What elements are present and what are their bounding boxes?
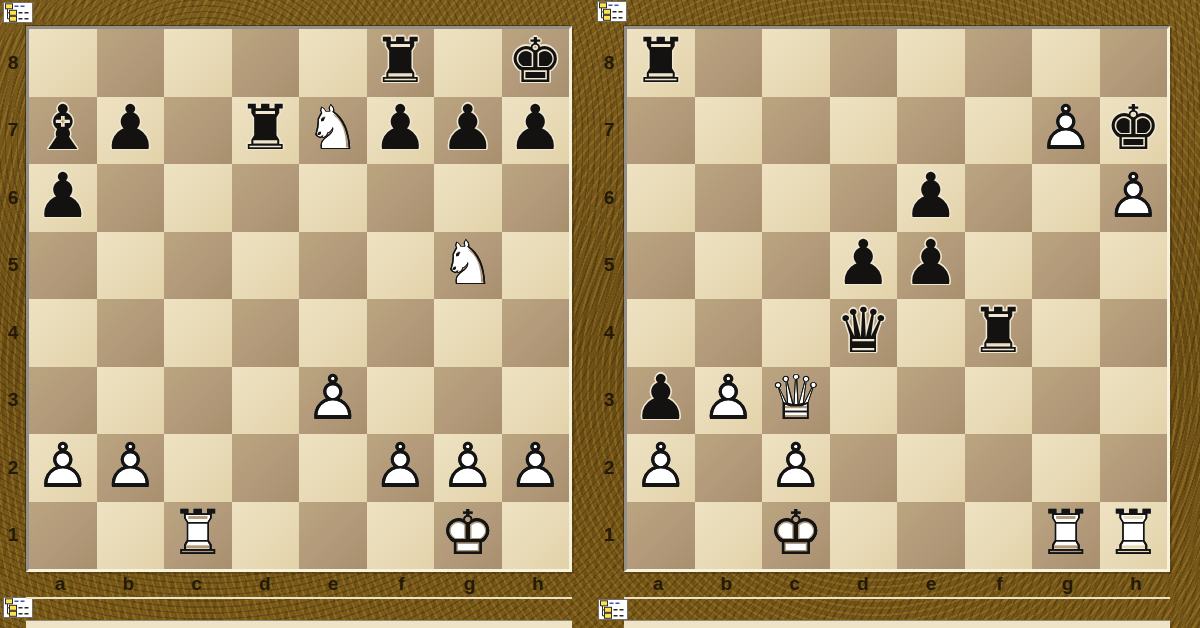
piece-bP-e5: ♟ — [897, 232, 965, 300]
file-label-g: g — [1034, 570, 1102, 597]
piece-wP-g7: ♟♙ — [1032, 97, 1100, 165]
square-f4[interactable]: ♜ — [965, 299, 1033, 367]
file-label-f: f — [965, 570, 1033, 597]
file-label-d: d — [829, 570, 897, 597]
rank-label-8: 8 — [596, 29, 622, 97]
square-a5[interactable] — [29, 232, 97, 300]
square-g1[interactable]: ♜♖ — [1032, 502, 1100, 570]
right-board: ♜♟♙♚♟♟♙♟♟♛♜♟♟♙♛♕♟♙♟♙♚♔♜♖♜♖ — [624, 26, 1170, 572]
square-e8[interactable] — [897, 29, 965, 97]
square-d1[interactable] — [232, 502, 300, 570]
square-d7[interactable]: ♜ — [232, 97, 300, 165]
square-g6[interactable] — [434, 164, 502, 232]
square-g3[interactable] — [1032, 367, 1100, 435]
square-d7[interactable] — [830, 97, 898, 165]
piece-bP-d5: ♟ — [830, 232, 898, 300]
square-d2[interactable] — [830, 434, 898, 502]
piece-wP-h2: ♟♙ — [502, 434, 570, 502]
rank-label-8: 8 — [0, 29, 26, 97]
square-h7[interactable]: ♚ — [1100, 97, 1168, 165]
tree-list-icon[interactable] — [3, 597, 33, 618]
square-f3[interactable] — [367, 367, 435, 435]
tree-list-icon[interactable] — [598, 599, 628, 620]
square-b1[interactable] — [695, 502, 763, 570]
next-diagram-top-edge — [624, 620, 1170, 628]
piece-wR-h1: ♜♖ — [1100, 502, 1168, 570]
piece-bP-a3: ♟ — [627, 367, 695, 435]
square-h5[interactable] — [1100, 232, 1168, 300]
square-b6[interactable] — [695, 164, 763, 232]
piece-bR-f8: ♜ — [367, 29, 435, 97]
file-label-a: a — [26, 570, 94, 597]
piece-bK-h7: ♚ — [1100, 97, 1168, 165]
right-board-file-labels: abcdefgh — [624, 570, 1170, 599]
square-e4[interactable] — [299, 299, 367, 367]
rank-label-6: 6 — [596, 164, 622, 232]
square-g6[interactable] — [1032, 164, 1100, 232]
square-h4[interactable] — [1100, 299, 1168, 367]
wood-background: 87654321 ♜♚♝♟♜♞♘♟♟♟♟♞♘♟♙♟♙♟♙♟♙♟♙♟♙♜♖♚♔ a… — [0, 0, 1200, 628]
square-a7[interactable] — [627, 97, 695, 165]
piece-wP-h6: ♟♙ — [1100, 164, 1168, 232]
square-b2[interactable]: ♟♙ — [97, 434, 165, 502]
square-a4[interactable] — [29, 299, 97, 367]
square-a2[interactable]: ♟♙ — [627, 434, 695, 502]
square-g2[interactable] — [1032, 434, 1100, 502]
square-d4[interactable]: ♛ — [830, 299, 898, 367]
piece-wN-g5: ♞♘ — [434, 232, 502, 300]
piece-bP-h7: ♟ — [502, 97, 570, 165]
square-c3[interactable]: ♛♕ — [762, 367, 830, 435]
file-label-h: h — [1102, 570, 1170, 597]
square-f4[interactable] — [367, 299, 435, 367]
square-f8[interactable]: ♜ — [367, 29, 435, 97]
square-e5[interactable] — [299, 232, 367, 300]
square-d6[interactable] — [232, 164, 300, 232]
square-e8[interactable] — [299, 29, 367, 97]
rank-label-6: 6 — [0, 164, 26, 232]
square-d8[interactable] — [830, 29, 898, 97]
tree-list-icon[interactable] — [597, 1, 627, 22]
piece-wP-a2: ♟♙ — [627, 434, 695, 502]
square-e2[interactable] — [897, 434, 965, 502]
square-a4[interactable] — [627, 299, 695, 367]
square-h2[interactable]: ♟♙ — [502, 434, 570, 502]
square-f1[interactable] — [367, 502, 435, 570]
square-b7[interactable]: ♟ — [97, 97, 165, 165]
piece-bB-a7: ♝ — [29, 97, 97, 165]
square-a1[interactable] — [29, 502, 97, 570]
square-b4[interactable] — [97, 299, 165, 367]
square-e5[interactable]: ♟ — [897, 232, 965, 300]
piece-bK-h8: ♚ — [502, 29, 570, 97]
square-h2[interactable] — [1100, 434, 1168, 502]
square-f7[interactable] — [965, 97, 1033, 165]
square-f5[interactable] — [367, 232, 435, 300]
piece-wN-e7: ♞♘ — [299, 97, 367, 165]
square-c2[interactable] — [164, 434, 232, 502]
square-b4[interactable] — [695, 299, 763, 367]
rank-label-5: 5 — [0, 232, 26, 300]
file-label-c: c — [761, 570, 829, 597]
square-c4[interactable] — [762, 299, 830, 367]
square-e1[interactable] — [897, 502, 965, 570]
piece-wP-b2: ♟♙ — [97, 434, 165, 502]
square-c6[interactable] — [762, 164, 830, 232]
square-a8[interactable]: ♜ — [627, 29, 695, 97]
square-d3[interactable] — [830, 367, 898, 435]
square-h4[interactable] — [502, 299, 570, 367]
piece-bR-d7: ♜ — [232, 97, 300, 165]
square-g8[interactable] — [1032, 29, 1100, 97]
piece-wP-e3: ♟♙ — [299, 367, 367, 435]
square-e3[interactable] — [897, 367, 965, 435]
square-h3[interactable] — [1100, 367, 1168, 435]
square-h1[interactable] — [502, 502, 570, 570]
square-g7[interactable]: ♟♙ — [1032, 97, 1100, 165]
piece-wP-c2: ♟♙ — [762, 434, 830, 502]
square-e4[interactable] — [897, 299, 965, 367]
square-h8[interactable] — [1100, 29, 1168, 97]
rank-label-7: 7 — [596, 97, 622, 165]
square-g5[interactable] — [1032, 232, 1100, 300]
square-b3[interactable] — [97, 367, 165, 435]
square-d5[interactable] — [232, 232, 300, 300]
square-c1[interactable]: ♚♔ — [762, 502, 830, 570]
square-b8[interactable] — [97, 29, 165, 97]
square-f2[interactable] — [965, 434, 1033, 502]
rank-label-3: 3 — [0, 367, 26, 435]
square-b1[interactable] — [97, 502, 165, 570]
right-board-rank-labels: 87654321 — [596, 29, 622, 569]
rank-label-5: 5 — [596, 232, 622, 300]
square-c5[interactable] — [164, 232, 232, 300]
square-g7[interactable]: ♟ — [434, 97, 502, 165]
square-f7[interactable]: ♟ — [367, 97, 435, 165]
square-f6[interactable] — [965, 164, 1033, 232]
piece-bP-e6: ♟ — [897, 164, 965, 232]
square-g8[interactable] — [434, 29, 502, 97]
square-d5[interactable]: ♟ — [830, 232, 898, 300]
piece-wK-g1: ♚♔ — [434, 502, 502, 570]
square-c5[interactable] — [762, 232, 830, 300]
piece-bR-a8: ♜ — [627, 29, 695, 97]
square-a6[interactable]: ♟ — [29, 164, 97, 232]
square-a2[interactable]: ♟♙ — [29, 434, 97, 502]
piece-wP-a2: ♟♙ — [29, 434, 97, 502]
square-a6[interactable] — [627, 164, 695, 232]
square-e3[interactable]: ♟♙ — [299, 367, 367, 435]
square-b5[interactable] — [97, 232, 165, 300]
square-c7[interactable] — [762, 97, 830, 165]
square-b3[interactable]: ♟♙ — [695, 367, 763, 435]
square-d2[interactable] — [232, 434, 300, 502]
left-board: ♜♚♝♟♜♞♘♟♟♟♟♞♘♟♙♟♙♟♙♟♙♟♙♟♙♜♖♚♔ — [26, 26, 572, 572]
square-h7[interactable]: ♟ — [502, 97, 570, 165]
left-board-file-labels: abcdefgh — [26, 570, 572, 599]
square-c3[interactable] — [164, 367, 232, 435]
file-label-d: d — [231, 570, 299, 597]
square-c8[interactable] — [164, 29, 232, 97]
piece-wR-c1: ♜♖ — [164, 502, 232, 570]
square-e7[interactable]: ♞♘ — [299, 97, 367, 165]
piece-wR-g1: ♜♖ — [1032, 502, 1100, 570]
square-b8[interactable] — [695, 29, 763, 97]
square-d6[interactable] — [830, 164, 898, 232]
square-a1[interactable] — [627, 502, 695, 570]
square-a5[interactable] — [627, 232, 695, 300]
piece-bP-g7: ♟ — [434, 97, 502, 165]
piece-wP-f2: ♟♙ — [367, 434, 435, 502]
square-a3[interactable] — [29, 367, 97, 435]
rank-label-1: 1 — [0, 502, 26, 570]
square-d3[interactable] — [232, 367, 300, 435]
square-g1[interactable]: ♚♔ — [434, 502, 502, 570]
file-label-f: f — [367, 570, 435, 597]
square-e1[interactable] — [299, 502, 367, 570]
square-f2[interactable]: ♟♙ — [367, 434, 435, 502]
piece-wQ-c3: ♛♕ — [762, 367, 830, 435]
piece-bR-f4: ♜ — [965, 299, 1033, 367]
rank-label-4: 4 — [0, 299, 26, 367]
piece-bQ-d4: ♛ — [830, 299, 898, 367]
next-diagram-top-edge — [26, 620, 572, 628]
square-f3[interactable] — [965, 367, 1033, 435]
square-h8[interactable]: ♚ — [502, 29, 570, 97]
file-label-a: a — [624, 570, 692, 597]
tree-list-icon[interactable] — [3, 2, 33, 23]
rank-label-2: 2 — [596, 434, 622, 502]
file-label-b: b — [94, 570, 162, 597]
square-g4[interactable] — [1032, 299, 1100, 367]
square-b2[interactable] — [695, 434, 763, 502]
piece-bP-f7: ♟ — [367, 97, 435, 165]
file-label-h: h — [504, 570, 572, 597]
square-h5[interactable] — [502, 232, 570, 300]
square-c6[interactable] — [164, 164, 232, 232]
square-b7[interactable] — [695, 97, 763, 165]
piece-bP-a6: ♟ — [29, 164, 97, 232]
rank-label-1: 1 — [596, 502, 622, 570]
square-d8[interactable] — [232, 29, 300, 97]
square-c8[interactable] — [762, 29, 830, 97]
rank-label-2: 2 — [0, 434, 26, 502]
square-d1[interactable] — [830, 502, 898, 570]
piece-wK-c1: ♚♔ — [762, 502, 830, 570]
square-h3[interactable] — [502, 367, 570, 435]
square-f8[interactable] — [965, 29, 1033, 97]
square-g3[interactable] — [434, 367, 502, 435]
square-h1[interactable]: ♜♖ — [1100, 502, 1168, 570]
left-board-rank-labels: 87654321 — [0, 29, 26, 569]
square-f1[interactable] — [965, 502, 1033, 570]
square-e6[interactable]: ♟ — [897, 164, 965, 232]
rank-label-7: 7 — [0, 97, 26, 165]
piece-bP-b7: ♟ — [97, 97, 165, 165]
square-c2[interactable]: ♟♙ — [762, 434, 830, 502]
square-g2[interactable]: ♟♙ — [434, 434, 502, 502]
file-label-c: c — [163, 570, 231, 597]
square-f5[interactable] — [965, 232, 1033, 300]
square-a8[interactable] — [29, 29, 97, 97]
square-c1[interactable]: ♜♖ — [164, 502, 232, 570]
square-c4[interactable] — [164, 299, 232, 367]
square-h6[interactable] — [502, 164, 570, 232]
file-label-e: e — [299, 570, 367, 597]
square-e7[interactable] — [897, 97, 965, 165]
square-e2[interactable] — [299, 434, 367, 502]
rank-label-3: 3 — [596, 367, 622, 435]
square-b5[interactable] — [695, 232, 763, 300]
square-f6[interactable] — [367, 164, 435, 232]
square-h6[interactable]: ♟♙ — [1100, 164, 1168, 232]
piece-wP-g2: ♟♙ — [434, 434, 502, 502]
piece-wP-b3: ♟♙ — [695, 367, 763, 435]
square-a3[interactable]: ♟ — [627, 367, 695, 435]
square-e6[interactable] — [299, 164, 367, 232]
rank-label-4: 4 — [596, 299, 622, 367]
file-label-e: e — [897, 570, 965, 597]
square-d4[interactable] — [232, 299, 300, 367]
square-b6[interactable] — [97, 164, 165, 232]
square-g5[interactable]: ♞♘ — [434, 232, 502, 300]
square-a7[interactable]: ♝ — [29, 97, 97, 165]
square-g4[interactable] — [434, 299, 502, 367]
square-c7[interactable] — [164, 97, 232, 165]
file-label-b: b — [692, 570, 760, 597]
file-label-g: g — [436, 570, 504, 597]
